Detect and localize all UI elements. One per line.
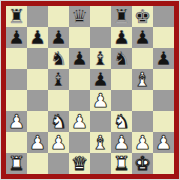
square-g6[interactable] — [132, 48, 153, 69]
piece-black-bishop: ♝ — [48, 69, 69, 90]
square-c3[interactable]: ♞ — [48, 111, 69, 132]
square-d1[interactable]: ♛ — [69, 153, 90, 174]
piece-black-pawn: ♟ — [69, 48, 90, 69]
piece-black-pawn: ♟ — [132, 27, 153, 48]
square-c4[interactable] — [48, 90, 69, 111]
piece-black-pawn: ♟ — [111, 27, 132, 48]
square-f2[interactable]: ♟ — [111, 132, 132, 153]
square-c5[interactable]: ♝ — [48, 69, 69, 90]
square-c1[interactable] — [48, 153, 69, 174]
square-h2[interactable]: ♟ — [153, 132, 174, 153]
square-h6[interactable]: ♟ — [153, 48, 174, 69]
piece-white-queen: ♛ — [69, 153, 90, 174]
piece-black-pawn: ♟ — [48, 27, 69, 48]
piece-black-queen: ♛ — [69, 6, 90, 27]
square-h5[interactable] — [153, 69, 174, 90]
piece-white-pawn: ♟ — [132, 132, 153, 153]
piece-white-pawn: ♟ — [48, 132, 69, 153]
square-e5[interactable]: ♟ — [90, 69, 111, 90]
square-b4[interactable] — [27, 90, 48, 111]
square-b7[interactable]: ♟ — [27, 27, 48, 48]
square-g5[interactable]: ♝ — [132, 69, 153, 90]
square-c2[interactable]: ♟ — [48, 132, 69, 153]
square-g2[interactable]: ♟ — [132, 132, 153, 153]
piece-black-pawn: ♟ — [90, 69, 111, 90]
piece-black-knight: ♞ — [111, 48, 132, 69]
piece-white-pawn: ♟ — [153, 132, 174, 153]
square-b5[interactable] — [27, 69, 48, 90]
square-b1[interactable] — [27, 153, 48, 174]
piece-white-rook: ♜ — [6, 153, 27, 174]
square-d5[interactable] — [69, 69, 90, 90]
square-a3[interactable]: ♟ — [6, 111, 27, 132]
piece-black-knight: ♞ — [48, 48, 69, 69]
square-d8[interactable]: ♛ — [69, 6, 90, 27]
square-g4[interactable] — [132, 90, 153, 111]
chess-app-window: ♜♛♜♚♟♟♟♟♟♞♟♝♞♟♝♟♝♟♟♞♟♞♟♟♝♟♟♟♜♛♜♚ — [0, 0, 180, 180]
piece-white-pawn: ♟ — [6, 111, 27, 132]
piece-black-king: ♚ — [132, 6, 153, 27]
chess-board: ♜♛♜♚♟♟♟♟♟♞♟♝♞♟♝♟♝♟♟♞♟♞♟♟♝♟♟♟♜♛♜♚ — [6, 6, 174, 174]
piece-black-bishop: ♝ — [90, 48, 111, 69]
piece-white-rook: ♜ — [111, 153, 132, 174]
square-a4[interactable] — [6, 90, 27, 111]
square-g3[interactable] — [132, 111, 153, 132]
square-h8[interactable] — [153, 6, 174, 27]
square-e1[interactable] — [90, 153, 111, 174]
square-f7[interactable]: ♟ — [111, 27, 132, 48]
square-e8[interactable] — [90, 6, 111, 27]
square-e3[interactable] — [90, 111, 111, 132]
piece-white-bishop: ♝ — [90, 132, 111, 153]
square-d4[interactable] — [69, 90, 90, 111]
square-d2[interactable] — [69, 132, 90, 153]
square-e4[interactable]: ♟ — [90, 90, 111, 111]
square-b2[interactable]: ♟ — [27, 132, 48, 153]
piece-white-pawn: ♟ — [69, 111, 90, 132]
piece-white-pawn: ♟ — [27, 132, 48, 153]
square-d6[interactable]: ♟ — [69, 48, 90, 69]
square-c7[interactable]: ♟ — [48, 27, 69, 48]
piece-black-pawn: ♟ — [6, 27, 27, 48]
square-h1[interactable] — [153, 153, 174, 174]
square-e7[interactable] — [90, 27, 111, 48]
piece-white-pawn: ♟ — [111, 132, 132, 153]
square-h3[interactable] — [153, 111, 174, 132]
square-a8[interactable]: ♜ — [6, 6, 27, 27]
square-a5[interactable] — [6, 69, 27, 90]
piece-white-knight: ♞ — [111, 111, 132, 132]
square-f1[interactable]: ♜ — [111, 153, 132, 174]
square-b8[interactable] — [27, 6, 48, 27]
square-c8[interactable] — [48, 6, 69, 27]
piece-black-pawn: ♟ — [153, 48, 174, 69]
square-h4[interactable] — [153, 90, 174, 111]
square-a2[interactable] — [6, 132, 27, 153]
piece-white-pawn: ♟ — [90, 90, 111, 111]
piece-white-knight: ♞ — [48, 111, 69, 132]
square-c6[interactable]: ♞ — [48, 48, 69, 69]
piece-black-rook: ♜ — [111, 6, 132, 27]
square-f6[interactable]: ♞ — [111, 48, 132, 69]
board-frame: ♜♛♜♚♟♟♟♟♟♞♟♝♞♟♝♟♝♟♟♞♟♞♟♟♝♟♟♟♜♛♜♚ — [1, 1, 179, 179]
square-h7[interactable] — [153, 27, 174, 48]
piece-black-rook: ♜ — [6, 6, 27, 27]
square-a6[interactable] — [6, 48, 27, 69]
square-a1[interactable]: ♜ — [6, 153, 27, 174]
square-e2[interactable]: ♝ — [90, 132, 111, 153]
square-b3[interactable] — [27, 111, 48, 132]
square-f5[interactable] — [111, 69, 132, 90]
square-d7[interactable] — [69, 27, 90, 48]
piece-black-pawn: ♟ — [27, 27, 48, 48]
square-g1[interactable]: ♚ — [132, 153, 153, 174]
square-d3[interactable]: ♟ — [69, 111, 90, 132]
square-e6[interactable]: ♝ — [90, 48, 111, 69]
square-f3[interactable]: ♞ — [111, 111, 132, 132]
square-g8[interactable]: ♚ — [132, 6, 153, 27]
square-f4[interactable] — [111, 90, 132, 111]
piece-white-bishop: ♝ — [132, 69, 153, 90]
square-f8[interactable]: ♜ — [111, 6, 132, 27]
piece-white-king: ♚ — [132, 153, 153, 174]
square-a7[interactable]: ♟ — [6, 27, 27, 48]
square-b6[interactable] — [27, 48, 48, 69]
square-g7[interactable]: ♟ — [132, 27, 153, 48]
